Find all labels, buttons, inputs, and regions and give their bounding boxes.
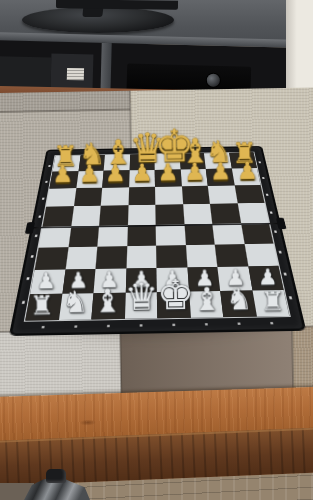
square-a7[interactable]: ♟ [49, 171, 78, 188]
frame-dot [274, 231, 277, 233]
square-c1[interactable]: ♝ [91, 293, 125, 320]
square-g7[interactable]: ♟ [206, 169, 234, 186]
frame-dot [26, 277, 30, 280]
chess-board-3d: ♜♞♝♛♚♝♞♜♟♟♟♟♟♟♟♟♟♟♟♟♟♟♟♟♜♞♝♛♚♝♞♜ [12, 147, 303, 333]
piece-gold-pawn[interactable]: ♟ [76, 163, 103, 187]
square-e7[interactable]: ♟ [155, 170, 182, 187]
frame-dots-bottom [26, 320, 288, 330]
frame-dot [270, 322, 274, 325]
square-a6[interactable] [46, 188, 76, 207]
piece-silver-knight[interactable]: ♞ [58, 288, 91, 318]
piece-silver-bishop[interactable]: ♝ [190, 283, 223, 316]
box-label [67, 68, 84, 80]
square-b1[interactable]: ♞ [58, 293, 93, 320]
frame-dot [278, 251, 282, 253]
square-d6[interactable] [128, 187, 155, 206]
square-c4[interactable] [97, 225, 127, 246]
piece-gold-pawn[interactable]: ♟ [181, 161, 208, 185]
frame-dot [42, 198, 45, 200]
square-g5[interactable] [210, 204, 241, 224]
frame-dot [283, 273, 287, 276]
frame-dot [30, 255, 33, 257]
square-g1[interactable]: ♞ [220, 290, 256, 317]
piece-silver-king[interactable]: ♚ [157, 274, 191, 316]
photo-scene: ♜♞♝♛♚♝♞♜♟♟♟♟♟♟♟♟♟♟♟♟♟♟♟♟♜♞♝♛♚♝♞♜ [0, 0, 313, 500]
frame-dot [237, 322, 241, 325]
placemat-bottom-right [292, 326, 313, 396]
frame-dot [270, 212, 273, 214]
tv-screen-bottom [56, 0, 178, 10]
square-g6[interactable] [208, 186, 237, 205]
object-knob [46, 469, 66, 483]
square-b6[interactable] [73, 188, 102, 207]
piece-gold-pawn[interactable]: ♟ [155, 161, 182, 185]
square-h1[interactable]: ♜ [252, 290, 289, 317]
square-b4[interactable] [68, 225, 99, 246]
square-c5[interactable] [99, 206, 128, 226]
chess-board: ♜♞♝♛♚♝♞♜♟♟♟♟♟♟♟♟♟♟♟♟♟♟♟♟♜♞♝♛♚♝♞♜ [6, 146, 305, 341]
frame-dot [41, 326, 45, 329]
piece-gold-pawn[interactable]: ♟ [207, 160, 234, 184]
square-f5[interactable] [183, 204, 213, 224]
square-c6[interactable] [101, 187, 129, 206]
frame-dot [266, 194, 269, 196]
piece-silver-rook[interactable]: ♜ [255, 287, 288, 314]
square-h6[interactable] [234, 185, 264, 204]
piece-gold-pawn[interactable]: ♟ [102, 162, 129, 186]
square-e4[interactable] [156, 224, 186, 245]
frame-dot [45, 181, 48, 183]
square-c7[interactable]: ♟ [102, 170, 129, 187]
piece-gold-pawn[interactable]: ♟ [49, 163, 76, 187]
square-h4[interactable] [241, 222, 274, 243]
square-b7[interactable]: ♟ [76, 171, 104, 188]
chess-board-grid: ♜♞♝♛♚♝♞♜♟♟♟♟♟♟♟♟♟♟♟♟♟♟♟♟♜♞♝♛♚♝♞♜ [25, 152, 289, 320]
square-a5[interactable] [43, 206, 74, 226]
board-frame: ♜♞♝♛♚♝♞♜♟♟♟♟♟♟♟♟♟♟♟♟♟♟♟♟♜♞♝♛♚♝♞♜ [12, 147, 303, 333]
piece-gold-pawn[interactable]: ♟ [234, 160, 261, 184]
piece-silver-bishop[interactable]: ♝ [91, 284, 124, 317]
square-h5[interactable] [237, 203, 269, 223]
piece-silver-rook[interactable]: ♜ [25, 291, 58, 318]
square-e5[interactable] [155, 205, 184, 225]
square-a4[interactable] [39, 226, 71, 247]
frame-dot [139, 324, 142, 327]
piece-silver-knight[interactable]: ♞ [223, 285, 256, 315]
square-g4[interactable] [212, 223, 244, 244]
frame-dot [38, 216, 41, 218]
square-d1[interactable]: ♛ [124, 292, 157, 319]
square-b5[interactable] [71, 206, 101, 226]
square-h7[interactable]: ♟ [231, 168, 260, 185]
frame-dot [74, 325, 78, 328]
square-f6[interactable] [181, 186, 210, 205]
square-d4[interactable] [127, 224, 156, 245]
square-f7[interactable]: ♟ [180, 169, 208, 186]
frame-dot [205, 323, 209, 326]
frame-dot [262, 177, 265, 179]
wrapped-object [24, 469, 90, 500]
square-d7[interactable]: ♟ [129, 170, 155, 187]
square-f1[interactable]: ♝ [189, 291, 224, 318]
square-d5[interactable] [127, 205, 155, 225]
square-e6[interactable] [155, 186, 183, 205]
piece-silver-queen[interactable]: ♛ [124, 278, 158, 316]
square-f4[interactable] [184, 223, 215, 244]
piece-gold-pawn[interactable]: ♟ [128, 162, 155, 186]
frame-dot [172, 323, 176, 326]
frame-dot [107, 325, 111, 328]
frame-dot [34, 235, 37, 237]
wall-strip [286, 0, 313, 96]
square-a1[interactable]: ♜ [25, 294, 61, 321]
square-e1[interactable]: ♚ [157, 291, 190, 318]
